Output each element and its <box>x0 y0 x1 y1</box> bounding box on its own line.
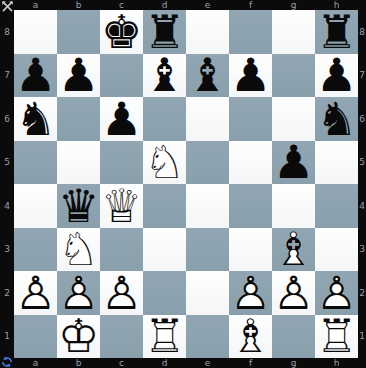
piece-solid-glyph: ♟ <box>315 54 358 98</box>
piece-outline-glyph: ♖ <box>143 315 186 359</box>
square-e5[interactable] <box>186 141 229 185</box>
file-label-bottom-g: g <box>272 358 315 368</box>
square-a2[interactable]: ♟♙ <box>14 271 57 315</box>
piece-fill-glyph: ♞ <box>143 141 186 185</box>
square-e2[interactable] <box>186 271 229 315</box>
file-label-bottom-f: f <box>229 358 272 368</box>
bottom-left-corner <box>0 358 14 368</box>
square-d2[interactable] <box>143 271 186 315</box>
square-a4[interactable] <box>14 184 57 228</box>
rank-label-left-1: 1 <box>0 315 14 359</box>
black-knight[interactable]: ♞ <box>14 97 57 141</box>
piece-outline-glyph: ♙ <box>229 271 272 315</box>
square-c3[interactable] <box>100 228 143 272</box>
square-g8[interactable] <box>272 10 315 54</box>
piece-outline-glyph: ♖ <box>315 315 358 359</box>
white-knight[interactable]: ♞♘ <box>57 228 100 272</box>
square-h7[interactable]: ♟ <box>315 54 358 98</box>
piece-solid-glyph: ♟ <box>57 54 100 98</box>
square-a7[interactable]: ♟ <box>14 54 57 98</box>
square-c1[interactable] <box>100 315 143 359</box>
square-b7[interactable]: ♟ <box>57 54 100 98</box>
piece-fill-glyph: ♜ <box>143 315 186 359</box>
rank-label-right-2: 2 <box>358 271 366 315</box>
piece-outline-glyph: ♙ <box>272 271 315 315</box>
square-f3[interactable] <box>229 228 272 272</box>
piece-solid-glyph: ♞ <box>14 97 57 141</box>
file-label-bottom-b: b <box>57 358 100 368</box>
black-pawn[interactable]: ♟ <box>57 54 100 98</box>
file-label-top-h: h <box>315 0 358 10</box>
square-b2[interactable]: ♟♙ <box>57 271 100 315</box>
piece-solid-glyph: ♟ <box>100 97 143 141</box>
square-f1[interactable]: ♝♗ <box>229 315 272 359</box>
file-label-top-b: b <box>57 0 100 10</box>
square-a5[interactable] <box>14 141 57 185</box>
file-label-top-a: a <box>14 0 57 10</box>
file-label-bottom-e: e <box>186 358 229 368</box>
piece-fill-glyph: ♞ <box>57 228 100 272</box>
rank-label-left-2: 2 <box>0 271 14 315</box>
bottom-coordinate-bar: abcdefgh <box>0 358 366 368</box>
square-f6[interactable] <box>229 97 272 141</box>
black-rook[interactable]: ♜ <box>143 10 186 54</box>
white-pawn[interactable]: ♟♙ <box>14 271 57 315</box>
square-c6[interactable]: ♟ <box>100 97 143 141</box>
square-b6[interactable] <box>57 97 100 141</box>
piece-fill-glyph: ♟ <box>57 271 100 315</box>
file-label-top-d: d <box>143 0 186 10</box>
file-label-bottom-d: d <box>143 358 186 368</box>
square-h8[interactable]: ♜ <box>315 10 358 54</box>
file-labels-bottom: abcdefgh <box>14 358 358 368</box>
square-a8[interactable] <box>14 10 57 54</box>
white-knight[interactable]: ♞♘ <box>143 141 186 185</box>
file-label-top-c: c <box>100 0 143 10</box>
piece-outline-glyph: ♙ <box>315 271 358 315</box>
white-rook[interactable]: ♜♖ <box>143 315 186 359</box>
chess-board-widget: abcdefgh 87654321 ♚♜♜♟♟♝♝♟♟♞♟♞♞♘♟♛♛♕♞♘♝♗… <box>0 0 366 368</box>
square-c2[interactable]: ♟♙ <box>100 271 143 315</box>
square-h4[interactable] <box>315 184 358 228</box>
piece-fill-glyph: ♝ <box>229 315 272 359</box>
black-bishop[interactable]: ♝ <box>186 54 229 98</box>
square-b3[interactable]: ♞♘ <box>57 228 100 272</box>
piece-fill-glyph: ♟ <box>14 271 57 315</box>
rank-label-right-7: 7 <box>358 54 366 98</box>
square-g5[interactable]: ♟ <box>272 141 315 185</box>
square-f5[interactable] <box>229 141 272 185</box>
square-f7[interactable]: ♟ <box>229 54 272 98</box>
square-b4[interactable]: ♛ <box>57 184 100 228</box>
square-d7[interactable]: ♝ <box>143 54 186 98</box>
rank-label-left-8: 8 <box>0 10 14 54</box>
rank-label-left-6: 6 <box>0 97 14 141</box>
square-d5[interactable]: ♞♘ <box>143 141 186 185</box>
board-row: 87654321 ♚♜♜♟♟♝♝♟♟♞♟♞♞♘♟♛♛♕♞♘♝♗♟♙♟♙♟♙♟♙♟… <box>0 10 366 358</box>
square-a6[interactable]: ♞ <box>14 97 57 141</box>
piece-fill-glyph: ♟ <box>100 271 143 315</box>
rank-label-left-5: 5 <box>0 141 14 185</box>
square-h5[interactable] <box>315 141 358 185</box>
file-label-top-f: f <box>229 0 272 10</box>
rank-labels-left: 87654321 <box>0 10 14 358</box>
piece-outline-glyph: ♗ <box>229 315 272 359</box>
black-queen[interactable]: ♛ <box>57 184 100 228</box>
white-pawn[interactable]: ♟♙ <box>315 271 358 315</box>
square-g7[interactable] <box>272 54 315 98</box>
square-e6[interactable] <box>186 97 229 141</box>
top-coordinate-bar: abcdefgh <box>0 0 366 10</box>
black-pawn[interactable]: ♟ <box>14 54 57 98</box>
rank-label-left-4: 4 <box>0 184 14 228</box>
black-rook[interactable]: ♜ <box>315 10 358 54</box>
white-bishop[interactable]: ♝♗ <box>272 228 315 272</box>
white-pawn[interactable]: ♟♙ <box>100 271 143 315</box>
square-g6[interactable] <box>272 97 315 141</box>
square-d1[interactable]: ♜♖ <box>143 315 186 359</box>
file-label-top-g: g <box>272 0 315 10</box>
square-a1[interactable] <box>14 315 57 359</box>
piece-solid-glyph: ♜ <box>143 10 186 54</box>
white-king[interactable]: ♚♔ <box>57 315 100 359</box>
piece-solid-glyph: ♛ <box>57 184 100 228</box>
crossed-tools-icon[interactable] <box>1 0 14 13</box>
piece-solid-glyph: ♟ <box>272 141 315 185</box>
square-e8[interactable] <box>186 10 229 54</box>
piece-solid-glyph: ♜ <box>315 10 358 54</box>
rank-label-left-3: 3 <box>0 228 14 272</box>
white-bishop[interactable]: ♝♗ <box>229 315 272 359</box>
top-right-corner <box>358 0 366 10</box>
square-a3[interactable] <box>14 228 57 272</box>
white-pawn[interactable]: ♟♙ <box>57 271 100 315</box>
piece-fill-glyph: ♜ <box>315 315 358 359</box>
piece-outline-glyph: ♘ <box>57 228 100 272</box>
piece-fill-glyph: ♝ <box>272 228 315 272</box>
rank-label-left-7: 7 <box>0 54 14 98</box>
white-pawn[interactable]: ♟♙ <box>272 271 315 315</box>
square-b5[interactable] <box>57 141 100 185</box>
file-label-bottom-c: c <box>100 358 143 368</box>
white-pawn[interactable]: ♟♙ <box>229 271 272 315</box>
square-g4[interactable] <box>272 184 315 228</box>
chess-board: ♚♜♜♟♟♝♝♟♟♞♟♞♞♘♟♛♛♕♞♘♝♗♟♙♟♙♟♙♟♙♟♙♟♙♚♔♜♖♝♗… <box>14 10 358 358</box>
square-c5[interactable] <box>100 141 143 185</box>
black-pawn[interactable]: ♟ <box>272 141 315 185</box>
black-bishop[interactable]: ♝ <box>143 54 186 98</box>
square-d3[interactable] <box>143 228 186 272</box>
rank-label-right-5: 5 <box>358 141 366 185</box>
piece-outline-glyph: ♘ <box>143 141 186 185</box>
rank-labels-right: 87654321 <box>358 10 366 358</box>
piece-fill-glyph: ♟ <box>272 271 315 315</box>
black-knight[interactable]: ♞ <box>315 97 358 141</box>
black-king[interactable]: ♚ <box>100 10 143 54</box>
piece-outline-glyph: ♙ <box>100 271 143 315</box>
square-h2[interactable]: ♟♙ <box>315 271 358 315</box>
rank-label-right-8: 8 <box>358 10 366 54</box>
top-left-corner <box>0 0 14 10</box>
square-e1[interactable] <box>186 315 229 359</box>
square-b8[interactable] <box>57 10 100 54</box>
square-d8[interactable]: ♜ <box>143 10 186 54</box>
piece-solid-glyph: ♟ <box>14 54 57 98</box>
piece-solid-glyph: ♟ <box>229 54 272 98</box>
square-d4[interactable] <box>143 184 186 228</box>
piece-solid-glyph: ♝ <box>186 54 229 98</box>
rank-label-right-4: 4 <box>358 184 366 228</box>
piece-outline-glyph: ♕ <box>100 184 143 228</box>
square-h3[interactable] <box>315 228 358 272</box>
square-h1[interactable]: ♜♖ <box>315 315 358 359</box>
square-e3[interactable] <box>186 228 229 272</box>
piece-fill-glyph: ♚ <box>57 315 100 359</box>
rank-label-right-1: 1 <box>358 315 366 359</box>
square-g2[interactable]: ♟♙ <box>272 271 315 315</box>
square-e4[interactable] <box>186 184 229 228</box>
black-pawn[interactable]: ♟ <box>229 54 272 98</box>
piece-fill-glyph: ♛ <box>100 184 143 228</box>
file-label-top-e: e <box>186 0 229 10</box>
square-h6[interactable]: ♞ <box>315 97 358 141</box>
square-c8[interactable]: ♚ <box>100 10 143 54</box>
piece-solid-glyph: ♚ <box>100 10 143 54</box>
piece-outline-glyph: ♗ <box>272 228 315 272</box>
black-pawn[interactable]: ♟ <box>100 97 143 141</box>
file-label-bottom-a: a <box>14 358 57 368</box>
square-c7[interactable] <box>100 54 143 98</box>
piece-outline-glyph: ♙ <box>57 271 100 315</box>
square-d6[interactable] <box>143 97 186 141</box>
square-g3[interactable]: ♝♗ <box>272 228 315 272</box>
rank-label-right-3: 3 <box>358 228 366 272</box>
piece-fill-glyph: ♟ <box>315 271 358 315</box>
square-g1[interactable] <box>272 315 315 359</box>
square-f8[interactable] <box>229 10 272 54</box>
refresh-flip-icon[interactable] <box>1 356 13 368</box>
piece-fill-glyph: ♟ <box>229 271 272 315</box>
white-queen[interactable]: ♛♕ <box>100 184 143 228</box>
square-b1[interactable]: ♚♔ <box>57 315 100 359</box>
file-label-bottom-h: h <box>315 358 358 368</box>
white-rook[interactable]: ♜♖ <box>315 315 358 359</box>
piece-solid-glyph: ♝ <box>143 54 186 98</box>
piece-solid-glyph: ♞ <box>315 97 358 141</box>
square-f2[interactable]: ♟♙ <box>229 271 272 315</box>
square-e7[interactable]: ♝ <box>186 54 229 98</box>
rank-label-right-6: 6 <box>358 97 366 141</box>
file-labels-top: abcdefgh <box>14 0 358 10</box>
piece-outline-glyph: ♙ <box>14 271 57 315</box>
black-pawn[interactable]: ♟ <box>315 54 358 98</box>
bottom-right-corner <box>358 358 366 368</box>
square-f4[interactable] <box>229 184 272 228</box>
piece-outline-glyph: ♔ <box>57 315 100 359</box>
square-c4[interactable]: ♛♕ <box>100 184 143 228</box>
